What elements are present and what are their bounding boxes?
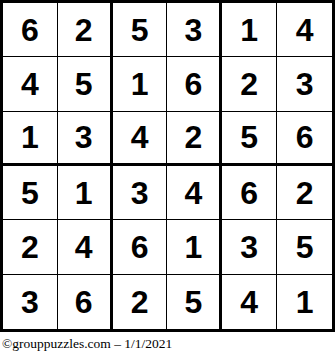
sudoku-board: 625314451623134256513462246135362541 [0, 0, 335, 332]
cell-r3c6[interactable]: 6 [277, 112, 332, 166]
cell-r4c1[interactable]: 5 [3, 166, 58, 220]
cell-r2c5[interactable]: 2 [222, 57, 277, 111]
cell-r5c1[interactable]: 2 [3, 220, 58, 274]
cell-r1c4[interactable]: 3 [167, 3, 222, 57]
cell-r4c6[interactable]: 2 [277, 166, 332, 220]
cell-r5c3[interactable]: 6 [113, 220, 168, 274]
cell-r1c3[interactable]: 5 [113, 3, 168, 57]
cell-r4c4[interactable]: 4 [167, 166, 222, 220]
cell-r3c3[interactable]: 4 [113, 112, 168, 166]
cell-r6c6[interactable]: 1 [277, 275, 332, 329]
cell-r6c5[interactable]: 4 [222, 275, 277, 329]
cell-r4c3[interactable]: 3 [113, 166, 168, 220]
cell-r5c4[interactable]: 1 [167, 220, 222, 274]
cell-r2c2[interactable]: 5 [58, 57, 113, 111]
cell-r1c5[interactable]: 1 [222, 3, 277, 57]
cell-r2c6[interactable]: 3 [277, 57, 332, 111]
cell-r4c5[interactable]: 6 [222, 166, 277, 220]
cell-r2c1[interactable]: 4 [3, 57, 58, 111]
cell-r3c1[interactable]: 1 [3, 112, 58, 166]
cell-r1c1[interactable]: 6 [3, 3, 58, 57]
cell-r6c1[interactable]: 3 [3, 275, 58, 329]
cell-r6c3[interactable]: 2 [113, 275, 168, 329]
cell-r2c4[interactable]: 6 [167, 57, 222, 111]
cell-r1c6[interactable]: 4 [277, 3, 332, 57]
cell-r4c2[interactable]: 1 [58, 166, 113, 220]
cell-r3c5[interactable]: 5 [222, 112, 277, 166]
cell-r6c2[interactable]: 6 [58, 275, 113, 329]
cell-r1c2[interactable]: 2 [58, 3, 113, 57]
cell-r5c5[interactable]: 3 [222, 220, 277, 274]
copyright-credit: ©grouppuzzles.com – 1/1/2021 [2, 336, 172, 352]
cell-r3c2[interactable]: 3 [58, 112, 113, 166]
cell-r5c2[interactable]: 4 [58, 220, 113, 274]
cell-r6c4[interactable]: 5 [167, 275, 222, 329]
cell-r5c6[interactable]: 5 [277, 220, 332, 274]
cell-r3c4[interactable]: 2 [167, 112, 222, 166]
cell-r2c3[interactable]: 1 [113, 57, 168, 111]
